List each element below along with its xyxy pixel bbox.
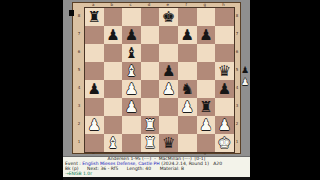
engine-link[interactable]: →ENGB 1.0r bbox=[63, 172, 250, 177]
square-h6 bbox=[215, 44, 234, 62]
coord-label-3: 3 bbox=[234, 97, 240, 115]
square-h4 bbox=[215, 80, 234, 98]
square-b7 bbox=[104, 26, 123, 44]
coord-label-8: 8 bbox=[76, 7, 82, 25]
square-e2 bbox=[159, 116, 178, 134]
square-g1 bbox=[197, 134, 216, 152]
square-b2 bbox=[104, 116, 123, 134]
coord-label-7: 7 bbox=[76, 25, 82, 43]
coord-label-1: 1 bbox=[76, 133, 82, 151]
square-g7 bbox=[197, 26, 216, 44]
square-d7 bbox=[141, 26, 160, 44]
square-d8 bbox=[141, 8, 160, 26]
square-d1 bbox=[141, 134, 160, 152]
board-frame: abcdefgh abcdefgh 87654321 87654321 ♜♚♟♟… bbox=[72, 2, 241, 154]
square-e5 bbox=[159, 62, 178, 80]
square-b4 bbox=[104, 80, 123, 98]
square-c2 bbox=[122, 116, 141, 134]
square-a5 bbox=[85, 62, 104, 80]
rank-labels-left: 87654321 bbox=[76, 7, 82, 151]
square-f6 bbox=[178, 44, 197, 62]
square-a1 bbox=[85, 134, 104, 152]
square-h1 bbox=[215, 134, 234, 152]
square-e6 bbox=[159, 44, 178, 62]
square-e4 bbox=[159, 80, 178, 98]
square-d2 bbox=[141, 116, 160, 134]
material-white-pawn-icon: ♟ bbox=[241, 77, 249, 87]
square-c7 bbox=[122, 26, 141, 44]
caption-bottom-strip bbox=[63, 177, 250, 180]
coord-label-6: 6 bbox=[234, 43, 240, 61]
square-f2 bbox=[178, 116, 197, 134]
square-c8 bbox=[122, 8, 141, 26]
square-f8 bbox=[178, 8, 197, 26]
square-h5 bbox=[215, 62, 234, 80]
square-c5 bbox=[122, 62, 141, 80]
square-d5 bbox=[141, 62, 160, 80]
square-f3 bbox=[178, 98, 197, 116]
video-frame: abcdefgh abcdefgh 87654321 87654321 ♜♚♟♟… bbox=[0, 0, 320, 180]
square-e3 bbox=[159, 98, 178, 116]
square-g8 bbox=[197, 8, 216, 26]
square-a8 bbox=[85, 8, 104, 26]
square-g6 bbox=[197, 44, 216, 62]
square-g2 bbox=[197, 116, 216, 134]
square-a3 bbox=[85, 98, 104, 116]
square-g3 bbox=[197, 98, 216, 116]
coord-label-2: 2 bbox=[234, 115, 240, 133]
caption-panel: Andersen 1-95 (····) - MacMillan (····) … bbox=[63, 156, 250, 177]
square-g5 bbox=[197, 62, 216, 80]
square-a6 bbox=[85, 44, 104, 62]
coord-label-8: 8 bbox=[234, 7, 240, 25]
coord-label-5: 5 bbox=[234, 61, 240, 79]
square-h3 bbox=[215, 98, 234, 116]
coord-label-5: 5 bbox=[76, 61, 82, 79]
chess-board: ♜♚♟♟♟♟♝♝♟♛♟♟♟♞♟♟♟♜♟♜♟♟♝♜♛♚ bbox=[84, 7, 235, 153]
rank-labels-right: 87654321 bbox=[234, 7, 240, 151]
square-d4 bbox=[141, 80, 160, 98]
coord-label-7: 7 bbox=[234, 25, 240, 43]
square-a7 bbox=[85, 26, 104, 44]
black-to-move-indicator bbox=[69, 10, 74, 16]
coord-label-4: 4 bbox=[234, 79, 240, 97]
square-d6 bbox=[141, 44, 160, 62]
square-c6 bbox=[122, 44, 141, 62]
square-a4 bbox=[85, 80, 104, 98]
square-f4 bbox=[178, 80, 197, 98]
coord-label-1: 1 bbox=[234, 133, 240, 151]
square-e8 bbox=[159, 8, 178, 26]
square-h7 bbox=[215, 26, 234, 44]
square-c1 bbox=[122, 134, 141, 152]
square-b1 bbox=[104, 134, 123, 152]
material-black-pawn-icon: ♟ bbox=[241, 65, 249, 75]
square-f7 bbox=[178, 26, 197, 44]
square-b5 bbox=[104, 62, 123, 80]
coord-label-6: 6 bbox=[76, 43, 82, 61]
square-f1 bbox=[178, 134, 197, 152]
chess-diagram-panel: abcdefgh abcdefgh 87654321 87654321 ♜♚♟♟… bbox=[63, 0, 250, 180]
square-c3 bbox=[122, 98, 141, 116]
square-h2 bbox=[215, 116, 234, 134]
square-d3 bbox=[141, 98, 160, 116]
coord-label-3: 3 bbox=[76, 97, 82, 115]
square-b8 bbox=[104, 8, 123, 26]
square-c4 bbox=[122, 80, 141, 98]
coord-label-2: 2 bbox=[76, 115, 82, 133]
square-f5 bbox=[178, 62, 197, 80]
square-h8 bbox=[215, 8, 234, 26]
square-e1 bbox=[159, 134, 178, 152]
square-b6 bbox=[104, 44, 123, 62]
square-e7 bbox=[159, 26, 178, 44]
coord-label-4: 4 bbox=[76, 79, 82, 97]
square-b3 bbox=[104, 98, 123, 116]
square-g4 bbox=[197, 80, 216, 98]
square-a2 bbox=[85, 116, 104, 134]
